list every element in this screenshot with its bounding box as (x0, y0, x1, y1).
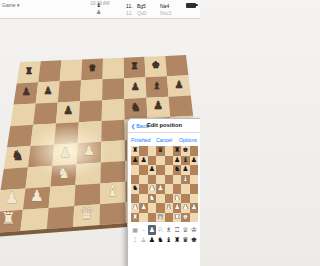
black-piece-3d[interactable]: ♝ (152, 80, 161, 91)
white-piece-3d[interactable]: ♟ (83, 143, 95, 158)
black-mini-piece: ♞ (173, 165, 181, 175)
finished-button[interactable]: Finished (131, 137, 151, 143)
move-tool[interactable]: ⌶ (131, 235, 139, 245)
board3d-square (79, 100, 102, 122)
black-piece-3d[interactable]: ♜ (130, 61, 138, 71)
black-piece-3d[interactable]: ♞ (11, 148, 23, 163)
mini-square-e5[interactable] (165, 175, 173, 185)
mini-square-e2[interactable]: ♝ (165, 203, 173, 213)
mini-square-c3[interactable]: ♞ (148, 194, 156, 204)
white-king[interactable]: ♔ (190, 225, 198, 235)
move-number: 11. (126, 3, 133, 9)
black-piece-3d[interactable]: ♜ (25, 66, 33, 76)
mini-square-b6[interactable] (139, 165, 147, 175)
panel-actions: Finished Cancel Options (128, 133, 200, 146)
mini-square-a3[interactable] (131, 194, 139, 204)
mini-square-b2[interactable]: ♟ (139, 203, 147, 213)
mini-square-a2[interactable]: ♟ (131, 203, 139, 213)
mini-square-f5[interactable] (173, 175, 181, 185)
mini-square-a8[interactable]: ♜ (131, 146, 139, 156)
mini-square-g8[interactable]: ♚ (181, 146, 189, 156)
mini-square-b7[interactable]: ♟ (139, 156, 147, 166)
board3d-square (10, 104, 35, 127)
edit-position-panel: ❮Back Edit position Finished Cancel Opti… (127, 118, 200, 266)
board3d-square (102, 99, 125, 121)
black-move[interactable]: Na4 (160, 3, 169, 9)
black-mini-piece: ♞ (131, 184, 139, 194)
board3d-square (1, 167, 29, 190)
mini-square-g4[interactable] (181, 184, 189, 194)
mini-square-c6[interactable]: ♟ (148, 165, 156, 175)
mini-square-g2[interactable]: ♟ (181, 203, 189, 213)
white-piece-3d[interactable]: ♟ (59, 145, 71, 160)
black-piece-3d[interactable]: ♟ (131, 81, 140, 92)
mini-square-e4[interactable] (165, 184, 173, 194)
white-mini-piece: ♟ (139, 203, 147, 213)
white-mini-piece: ♝ (181, 175, 189, 185)
mini-square-a5[interactable] (131, 175, 139, 185)
white-mini-piece: ♟ (190, 203, 198, 213)
white-mini-piece: ♟ (181, 203, 189, 213)
white-piece-3d[interactable]: ♞ (57, 165, 70, 181)
mini-square-b5[interactable] (139, 175, 147, 185)
mini-square-h3[interactable] (190, 194, 198, 204)
board3d-square (60, 59, 83, 81)
board3d-square (49, 185, 76, 208)
white-move[interactable]: Qd2 (137, 10, 146, 16)
board3d-square (165, 55, 188, 76)
mini-square-e7[interactable] (165, 156, 173, 166)
white-mini-piece: ♛ (156, 213, 164, 223)
white-mini-piece: ♟ (148, 184, 156, 194)
clear-square-tool[interactable]: ▦ (131, 225, 139, 235)
piece-palette: ▦–♟♘♗♖♕♔ ⌶♙♟♞♝♜♛♚ (131, 225, 198, 245)
mini-square-f6[interactable]: ♞ (173, 165, 181, 175)
black-pawn[interactable]: ♟ (148, 235, 156, 245)
white-rook[interactable]: ♖ (173, 225, 181, 235)
mini-square-h6[interactable] (190, 165, 198, 175)
panel-title: Edit position (128, 122, 200, 128)
mini-square-d3[interactable] (156, 194, 164, 204)
mini-square-g5[interactable]: ♝ (181, 175, 189, 185)
board3d-square (100, 202, 126, 225)
mini-square-h2[interactable]: ♟ (190, 203, 198, 213)
white-piece-3d[interactable]: ♟ (30, 187, 44, 205)
black-mini-piece: ♟ (148, 165, 156, 175)
white-mini-piece: ♚ (181, 213, 189, 223)
mini-square-a1[interactable]: ♜ (131, 213, 139, 223)
move-number: 12. (126, 10, 133, 16)
white-queen[interactable]: ♕ (181, 225, 189, 235)
mini-square-f2[interactable]: ♟ (173, 203, 181, 213)
white-mini-piece: ♟ (173, 203, 181, 213)
mini-square-e3[interactable] (165, 194, 173, 204)
mini-square-a7[interactable]: ♟ (131, 156, 139, 166)
mini-square-f8[interactable]: ♜ (173, 146, 181, 156)
black-piece-3d[interactable]: ♟ (174, 79, 183, 90)
mini-square-f1[interactable]: ♜ (173, 213, 181, 223)
mini-square-d7[interactable] (156, 156, 164, 166)
white-mini-piece: ♜ (173, 213, 181, 223)
board3d-square (102, 78, 124, 100)
mini-square-f7[interactable]: ♟ (173, 156, 181, 166)
mini-square-e8[interactable] (165, 146, 173, 156)
mini-square-h5[interactable] (190, 175, 198, 185)
mini-square-c7[interactable] (148, 156, 156, 166)
board3d-square (33, 102, 58, 124)
white-mini-piece: ♟ (131, 203, 139, 213)
mini-square-c2[interactable] (148, 203, 156, 213)
mini-square-b4[interactable] (139, 184, 147, 194)
board3d-square (169, 96, 194, 118)
black-move[interactable]: Nxc3 (160, 10, 171, 16)
mini-square-e1[interactable] (165, 213, 173, 223)
board3d-square (20, 208, 48, 231)
mini-board[interactable]: ♜♛♜♚♟♟♟♝♟♟♞♟♝♞♟♟♞♞♟♟♝♟♟♟♜♛♜♚ (131, 146, 198, 222)
move-piece-icon: ♟ (96, 9, 101, 15)
black-piece-3d[interactable]: ♟ (43, 85, 52, 96)
options-button[interactable]: Options (179, 137, 197, 143)
mini-square-c1[interactable] (148, 213, 156, 223)
mini-square-a6[interactable] (131, 165, 139, 175)
white-mini-piece: ♜ (131, 213, 139, 223)
mini-square-d5[interactable] (156, 175, 164, 185)
mini-square-c5[interactable] (148, 175, 156, 185)
mini-square-d4[interactable]: ♟ (156, 184, 164, 194)
board3d-square (58, 80, 81, 102)
black-piece-3d[interactable]: ♟ (153, 99, 163, 112)
board3d-square (47, 206, 75, 229)
move-list-row[interactable]: 11. Bg5 Na4 (126, 3, 200, 10)
black-piece-3d[interactable]: ♚ (151, 60, 159, 70)
black-knight[interactable]: ♞ (156, 235, 164, 245)
black-mini-piece: ♟ (173, 156, 181, 166)
mini-square-h7[interactable]: ♟ (190, 156, 198, 166)
white-bishop[interactable]: ♗ (165, 225, 173, 235)
black-piece-3d[interactable]: ♟ (22, 86, 31, 97)
mini-square-f4[interactable] (173, 184, 181, 194)
board3d-square (103, 58, 124, 80)
black-piece-3d[interactable]: ♞ (131, 101, 141, 114)
mini-square-d2[interactable] (156, 203, 164, 213)
mini-square-h1[interactable] (190, 213, 198, 223)
white-pawn-small[interactable]: ♙ (139, 235, 147, 245)
black-piece-3d[interactable]: ♟ (63, 104, 73, 117)
white-mini-piece: ♞ (173, 194, 181, 204)
mini-square-d6[interactable] (156, 165, 164, 175)
black-mini-piece: ♜ (131, 146, 139, 156)
board3d-square (38, 60, 61, 82)
dash-tool[interactable]: – (139, 225, 147, 235)
board3d-square (80, 79, 103, 101)
black-mini-piece: ♟ (190, 156, 198, 166)
mini-square-a4[interactable]: ♞ (131, 184, 139, 194)
mini-square-g6[interactable]: ♟ (181, 165, 189, 175)
mini-square-g7[interactable]: ♝ (181, 156, 189, 166)
mini-square-c8[interactable] (148, 146, 156, 156)
white-mini-piece: ♞ (148, 194, 156, 204)
panel-nav: ❮Back Edit position (128, 119, 200, 133)
white-piece-3d[interactable]: ♟ (5, 189, 19, 207)
black-mini-piece: ♛ (156, 146, 164, 156)
black-mini-piece: ♜ (173, 146, 181, 156)
mini-square-b1[interactable] (139, 213, 147, 223)
mini-square-d1[interactable]: ♛ (156, 213, 164, 223)
black-mini-piece: ♟ (131, 156, 139, 166)
white-piece-3d[interactable]: ♛ (79, 204, 94, 223)
mini-square-g3[interactable] (181, 194, 189, 204)
white-knight[interactable]: ♘ (156, 225, 164, 235)
mini-square-h8[interactable] (190, 146, 198, 156)
white-move[interactable]: Bg5 (137, 3, 146, 9)
black-mini-piece: ♟ (181, 165, 189, 175)
black-mini-piece: ♝ (181, 156, 189, 166)
mini-square-f3[interactable]: ♞ (173, 194, 181, 204)
white-piece-3d[interactable]: ♝ (106, 182, 120, 200)
black-king[interactable]: ♚ (190, 235, 198, 245)
mini-square-b3[interactable] (139, 194, 147, 204)
black-bishop[interactable]: ♝ (165, 235, 173, 245)
move-list-row[interactable]: 12. Qd2 Nxc3 (126, 10, 200, 17)
black-rook[interactable]: ♜ (173, 235, 181, 245)
black-piece-3d[interactable]: ♛ (88, 63, 96, 73)
mini-square-b8[interactable] (139, 146, 147, 156)
white-mini-piece: ♝ (165, 203, 173, 213)
black-queen[interactable]: ♛ (181, 235, 189, 245)
mini-square-h4[interactable] (190, 184, 198, 194)
cancel-button[interactable]: Cancel (156, 137, 172, 143)
white-mini-piece: ♟ (156, 184, 164, 194)
white-pawn[interactable]: ♟ (148, 225, 156, 235)
black-mini-piece: ♟ (139, 156, 147, 166)
top-bar: Game ▾ 10:19 AM ♝ ♟ 11. Bg5 Na4 12. Qd2 … (0, 0, 200, 19)
mini-square-d8[interactable]: ♛ (156, 146, 164, 156)
white-piece-3d[interactable]: ♜ (1, 209, 16, 228)
black-mini-piece: ♚ (181, 146, 189, 156)
mini-square-c4[interactable]: ♟ (148, 184, 156, 194)
mini-square-e6[interactable] (165, 165, 173, 175)
mini-square-g1[interactable]: ♚ (181, 213, 189, 223)
